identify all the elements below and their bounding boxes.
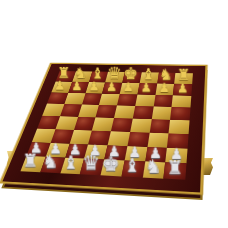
piece-silver-pawn: ♟ [128, 145, 141, 159]
piece-silver-knight: ♞ [43, 153, 59, 171]
square-f1: ♝ [121, 161, 144, 178]
square-h2: ♟ [165, 147, 187, 163]
piece-gold-rook: ♜ [177, 68, 190, 83]
piece-gold-rook: ♜ [58, 66, 71, 80]
piece-silver-knight: ♞ [145, 158, 161, 176]
piece-gold-king: ♚ [124, 65, 139, 82]
square-f2: ♟ [124, 146, 147, 162]
square-h8: ♜ [174, 73, 193, 84]
square-g7: ♟ [155, 83, 174, 95]
square-h1: ♜ [164, 163, 187, 180]
square-g3 [147, 133, 169, 148]
square-g5 [151, 107, 171, 120]
square-h5 [170, 107, 190, 120]
square-f4 [130, 119, 151, 133]
square-h7: ♟ [173, 84, 192, 96]
piece-gold-queen: ♛ [107, 65, 122, 82]
chess-board: ♜♞♝♛♚♝♞♜♟♟♟♟♟♟♟♟♟♟♟♟♟♟♟♟♜♞♝♛♚♝♞♜ [2, 64, 205, 192]
square-h6 [172, 95, 192, 108]
piece-silver-pawn: ♟ [30, 141, 42, 155]
square-h3 [167, 133, 188, 148]
piece-gold-knight: ♞ [74, 66, 87, 81]
piece-gold-knight: ♞ [159, 67, 172, 82]
square-f5 [133, 106, 154, 119]
square-e4 [111, 118, 133, 132]
square-f8: ♝ [139, 72, 158, 83]
piece-silver-rook: ♜ [166, 159, 182, 177]
piece-gold-pawn: ♟ [106, 80, 117, 92]
piece-gold-pawn: ♟ [89, 80, 100, 92]
piece-silver-pawn: ♟ [88, 144, 101, 158]
square-c6 [82, 93, 103, 105]
piece-silver-pawn: ♟ [108, 144, 121, 158]
piece-silver-pawn: ♟ [69, 143, 82, 157]
square-g6 [153, 95, 173, 107]
square-e7: ♟ [120, 83, 140, 95]
square-d5 [96, 105, 117, 118]
piece-gold-pawn: ♟ [72, 80, 83, 92]
piece-gold-pawn: ♟ [159, 81, 170, 93]
piece-gold-bishop: ♝ [142, 67, 155, 82]
piece-gold-pawn: ♟ [177, 82, 188, 95]
square-f6 [135, 94, 155, 106]
square-f3 [127, 132, 149, 147]
piece-silver-pawn: ♟ [49, 142, 61, 156]
square-d7: ♟ [102, 82, 122, 93]
piece-silver-pawn: ♟ [149, 146, 162, 160]
square-h4 [169, 120, 190, 134]
square-d6 [99, 93, 120, 105]
piece-gold-bishop: ♝ [91, 66, 104, 81]
square-g4 [149, 119, 170, 133]
piece-silver-pawn: ♟ [170, 147, 183, 161]
square-d4 [92, 117, 114, 131]
square-d2: ♟ [84, 144, 107, 160]
square-g8: ♞ [157, 73, 176, 84]
square-e5 [114, 106, 135, 119]
square-g1: ♞ [142, 162, 165, 179]
square-e6 [117, 94, 137, 106]
square-a1: ♜ [20, 156, 45, 172]
square-f7: ♟ [137, 83, 157, 95]
piece-gold-pawn: ♟ [123, 80, 134, 92]
photo-scene: ♜♞♝♛♚♝♞♜♟♟♟♟♟♟♟♟♟♟♟♟♟♟♟♟♜♞♝♛♚♝♞♜ [0, 0, 228, 228]
square-g2: ♟ [145, 147, 167, 163]
